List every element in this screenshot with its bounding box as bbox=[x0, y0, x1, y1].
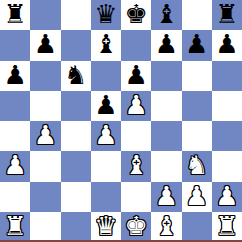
square-f7[interactable]: ♟ bbox=[151, 30, 181, 60]
square-c1[interactable] bbox=[61, 212, 91, 242]
square-a8[interactable]: ♜ bbox=[0, 0, 30, 30]
square-e2[interactable] bbox=[121, 182, 151, 212]
square-b4[interactable]: ♟ bbox=[30, 121, 60, 151]
piece-white-knight[interactable]: ♞ bbox=[185, 152, 208, 178]
square-c3[interactable] bbox=[61, 151, 91, 181]
square-e4[interactable] bbox=[121, 121, 151, 151]
square-d3[interactable] bbox=[91, 151, 121, 181]
piece-white-queen[interactable]: ♛ bbox=[94, 213, 117, 239]
square-a7[interactable] bbox=[0, 30, 30, 60]
square-e7[interactable] bbox=[121, 30, 151, 60]
square-b8[interactable] bbox=[30, 0, 60, 30]
piece-white-pawn[interactable]: ♟ bbox=[155, 183, 178, 209]
square-a1[interactable]: ♜ bbox=[0, 212, 30, 242]
piece-white-pawn[interactable]: ♟ bbox=[185, 183, 208, 209]
square-b2[interactable] bbox=[30, 182, 60, 212]
piece-black-pawn[interactable]: ♟ bbox=[34, 31, 57, 57]
square-g5[interactable] bbox=[182, 91, 212, 121]
square-f8[interactable]: ♝ bbox=[151, 0, 181, 30]
square-a6[interactable]: ♟ bbox=[0, 61, 30, 91]
square-h8[interactable]: ♜ bbox=[212, 0, 242, 30]
square-c8[interactable] bbox=[61, 0, 91, 30]
piece-white-bishop[interactable]: ♝ bbox=[124, 152, 147, 178]
chess-board-wrapper: ♜♛♚♝♜♟♝♟♟♟♟♞♟♟♟♟♟♟♝♞♟♟♟♜♛♚♝♜ bbox=[0, 0, 242, 242]
piece-white-pawn[interactable]: ♟ bbox=[3, 152, 26, 178]
piece-white-king[interactable]: ♚ bbox=[124, 213, 147, 239]
piece-white-rook[interactable]: ♜ bbox=[3, 213, 26, 239]
square-c6[interactable]: ♞ bbox=[61, 61, 91, 91]
square-d1[interactable]: ♛ bbox=[91, 212, 121, 242]
square-d4[interactable]: ♟ bbox=[91, 121, 121, 151]
piece-white-pawn[interactable]: ♟ bbox=[94, 122, 117, 148]
piece-black-bishop[interactable]: ♝ bbox=[155, 1, 178, 27]
piece-black-pawn[interactable]: ♟ bbox=[185, 31, 208, 57]
piece-white-pawn[interactable]: ♟ bbox=[124, 92, 147, 118]
square-d2[interactable] bbox=[91, 182, 121, 212]
piece-black-queen[interactable]: ♛ bbox=[94, 1, 117, 27]
square-d5[interactable]: ♟ bbox=[91, 91, 121, 121]
piece-white-bishop[interactable]: ♝ bbox=[155, 213, 178, 239]
square-d6[interactable] bbox=[91, 61, 121, 91]
square-f4[interactable] bbox=[151, 121, 181, 151]
square-d7[interactable]: ♝ bbox=[91, 30, 121, 60]
square-a3[interactable]: ♟ bbox=[0, 151, 30, 181]
square-h5[interactable] bbox=[212, 91, 242, 121]
square-b6[interactable] bbox=[30, 61, 60, 91]
square-g1[interactable] bbox=[182, 212, 212, 242]
piece-black-bishop[interactable]: ♝ bbox=[94, 31, 117, 57]
square-g6[interactable] bbox=[182, 61, 212, 91]
square-f3[interactable] bbox=[151, 151, 181, 181]
square-e1[interactable]: ♚ bbox=[121, 212, 151, 242]
piece-white-pawn[interactable]: ♟ bbox=[34, 122, 57, 148]
square-b1[interactable] bbox=[30, 212, 60, 242]
square-e5[interactable]: ♟ bbox=[121, 91, 151, 121]
square-h1[interactable]: ♜ bbox=[212, 212, 242, 242]
square-c4[interactable] bbox=[61, 121, 91, 151]
square-e3[interactable]: ♝ bbox=[121, 151, 151, 181]
square-a5[interactable] bbox=[0, 91, 30, 121]
square-b3[interactable] bbox=[30, 151, 60, 181]
piece-black-pawn[interactable]: ♟ bbox=[155, 31, 178, 57]
square-e6[interactable]: ♟ bbox=[121, 61, 151, 91]
piece-black-pawn[interactable]: ♟ bbox=[215, 31, 238, 57]
piece-black-pawn[interactable]: ♟ bbox=[124, 62, 147, 88]
square-h3[interactable] bbox=[212, 151, 242, 181]
square-c7[interactable] bbox=[61, 30, 91, 60]
square-g7[interactable]: ♟ bbox=[182, 30, 212, 60]
square-f2[interactable]: ♟ bbox=[151, 182, 181, 212]
square-a4[interactable] bbox=[0, 121, 30, 151]
square-b7[interactable]: ♟ bbox=[30, 30, 60, 60]
chess-board: ♜♛♚♝♜♟♝♟♟♟♟♞♟♟♟♟♟♟♝♞♟♟♟♜♛♚♝♜ bbox=[0, 0, 242, 242]
square-f1[interactable]: ♝ bbox=[151, 212, 181, 242]
square-e8[interactable]: ♚ bbox=[121, 0, 151, 30]
square-g8[interactable] bbox=[182, 0, 212, 30]
piece-black-pawn[interactable]: ♟ bbox=[94, 92, 117, 118]
square-g2[interactable]: ♟ bbox=[182, 182, 212, 212]
square-h2[interactable]: ♟ bbox=[212, 182, 242, 212]
square-c5[interactable] bbox=[61, 91, 91, 121]
square-c2[interactable] bbox=[61, 182, 91, 212]
square-h7[interactable]: ♟ bbox=[212, 30, 242, 60]
square-g3[interactable]: ♞ bbox=[182, 151, 212, 181]
square-f5[interactable] bbox=[151, 91, 181, 121]
piece-black-king[interactable]: ♚ bbox=[124, 1, 147, 27]
piece-black-rook[interactable]: ♜ bbox=[215, 1, 238, 27]
piece-white-rook[interactable]: ♜ bbox=[215, 213, 238, 239]
piece-white-pawn[interactable]: ♟ bbox=[215, 183, 238, 209]
piece-black-pawn[interactable]: ♟ bbox=[3, 62, 26, 88]
square-g4[interactable] bbox=[182, 121, 212, 151]
square-b5[interactable] bbox=[30, 91, 60, 121]
square-h4[interactable] bbox=[212, 121, 242, 151]
square-f6[interactable] bbox=[151, 61, 181, 91]
square-a2[interactable] bbox=[0, 182, 30, 212]
square-d8[interactable]: ♛ bbox=[91, 0, 121, 30]
square-h6[interactable] bbox=[212, 61, 242, 91]
piece-black-knight[interactable]: ♞ bbox=[64, 62, 87, 88]
piece-black-rook[interactable]: ♜ bbox=[3, 1, 26, 27]
